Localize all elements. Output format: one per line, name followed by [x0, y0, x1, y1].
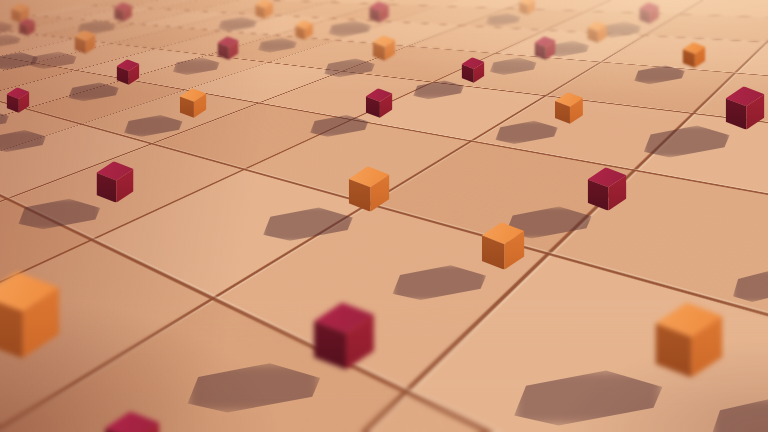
cube-red [726, 86, 765, 129]
cube-orange [255, 0, 273, 19]
cube-orange [587, 21, 607, 43]
cube-orange [519, 0, 535, 15]
cube-orange [655, 303, 722, 378]
cube-orange [373, 35, 396, 61]
cube-red [366, 88, 393, 118]
cube-red [369, 1, 389, 23]
cube-orange [295, 20, 313, 40]
cube-red [217, 36, 238, 60]
cube-orange [683, 42, 706, 68]
cube-red [19, 18, 35, 36]
cube-orange [555, 92, 583, 124]
cube-red [96, 161, 133, 202]
scene-3d-cube-tile-render [0, 0, 768, 432]
cube-red [117, 59, 140, 85]
cube-orange [180, 88, 207, 118]
cube-red [7, 87, 30, 113]
cube-red [639, 2, 659, 24]
cube-red [588, 167, 627, 210]
cube-red [462, 57, 485, 83]
cube-orange [482, 222, 525, 269]
cube-orange [74, 30, 95, 54]
cube-red [534, 36, 555, 60]
cube-red [314, 303, 374, 370]
cube-orange [0, 272, 59, 359]
cube-red [105, 411, 160, 432]
cube-red [114, 2, 132, 22]
cube-orange [349, 166, 390, 211]
